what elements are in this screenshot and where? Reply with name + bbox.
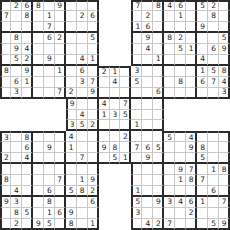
empty-cell[interactable] [77,44,88,55]
empty-cell[interactable] [131,55,142,66]
empty-cell[interactable] [153,175,164,186]
empty-cell[interactable] [142,66,153,77]
void-cell [120,0,131,11]
empty-cell[interactable] [142,197,153,208]
empty-cell[interactable] [44,164,55,175]
given-cell: 5 [197,0,208,11]
empty-cell[interactable] [88,208,99,219]
empty-cell[interactable] [55,11,66,22]
given-cell: 9 [142,153,153,164]
given-cell: 4 [164,0,175,11]
empty-cell[interactable] [0,186,11,197]
empty-cell[interactable] [175,153,186,164]
empty-cell[interactable] [44,44,55,55]
empty-cell[interactable] [66,77,77,88]
void-cell [120,219,131,230]
empty-cell[interactable] [88,44,99,55]
empty-cell[interactable] [66,110,77,121]
void-cell [33,99,44,110]
empty-cell[interactable] [110,99,121,110]
given-cell: 3 [131,208,142,219]
given-cell: 8 [197,142,208,153]
given-cell: 2 [11,0,22,11]
empty-cell[interactable] [219,55,230,66]
empty-cell[interactable] [33,88,44,99]
empty-cell[interactable] [208,33,219,44]
empty-cell[interactable] [22,164,33,175]
empty-cell[interactable] [33,44,44,55]
empty-cell[interactable] [175,66,186,77]
empty-cell[interactable] [164,66,175,77]
empty-cell[interactable] [142,55,153,66]
void-cell [110,175,121,186]
given-cell: 5 [197,153,208,164]
given-cell: 3 [164,197,175,208]
empty-cell[interactable] [197,186,208,197]
empty-cell[interactable] [44,153,55,164]
empty-cell[interactable] [77,142,88,153]
empty-cell[interactable] [142,131,153,142]
empty-cell[interactable] [175,131,186,142]
empty-cell[interactable] [131,44,142,55]
void-cell [120,208,131,219]
empty-cell[interactable] [164,88,175,99]
empty-cell[interactable] [164,55,175,66]
empty-cell[interactable] [88,142,99,153]
empty-cell[interactable] [219,186,230,197]
empty-cell[interactable] [208,197,219,208]
empty-cell[interactable] [219,142,230,153]
empty-cell[interactable] [131,110,142,121]
empty-cell[interactable] [208,22,219,33]
empty-cell[interactable] [153,164,164,175]
empty-cell[interactable] [164,77,175,88]
empty-cell[interactable] [22,197,33,208]
empty-cell[interactable] [142,186,153,197]
empty-cell[interactable] [219,11,230,22]
given-cell: 9 [66,208,77,219]
empty-cell[interactable] [186,0,197,11]
empty-cell[interactable] [175,142,186,153]
given-cell: 8 [164,33,175,44]
empty-cell[interactable] [175,55,186,66]
empty-cell[interactable] [33,22,44,33]
empty-cell[interactable] [77,0,88,11]
empty-cell[interactable] [0,0,11,11]
empty-cell[interactable] [44,66,55,77]
empty-cell[interactable] [0,33,11,44]
empty-cell[interactable] [110,120,121,131]
void-cell [197,120,208,131]
given-cell: 4 [219,77,230,88]
void-cell [44,99,55,110]
empty-cell[interactable] [0,88,11,99]
void-cell [44,120,55,131]
empty-cell[interactable] [186,88,197,99]
empty-cell[interactable] [66,153,77,164]
void-cell [55,110,66,121]
given-cell: 7 [77,153,88,164]
given-cell: 9 [219,219,230,230]
empty-cell[interactable] [219,22,230,33]
empty-cell[interactable] [120,77,131,88]
void-cell [0,110,11,121]
empty-cell[interactable] [22,186,33,197]
empty-cell[interactable] [120,142,131,153]
given-cell: 8 [22,131,33,142]
empty-cell[interactable] [131,99,142,110]
empty-cell[interactable] [22,219,33,230]
empty-cell[interactable] [219,131,230,142]
empty-cell[interactable] [0,219,11,230]
void-cell [0,99,11,110]
empty-cell[interactable] [11,11,22,22]
empty-cell[interactable] [186,33,197,44]
empty-cell[interactable] [110,88,121,99]
empty-cell[interactable] [99,131,110,142]
empty-cell[interactable] [153,11,164,22]
empty-cell[interactable] [142,164,153,175]
empty-cell[interactable] [186,66,197,77]
given-cell: 1 [131,22,142,33]
empty-cell[interactable] [197,208,208,219]
void-cell [99,33,110,44]
empty-cell[interactable] [153,77,164,88]
empty-cell[interactable] [11,22,22,33]
empty-cell[interactable] [175,186,186,197]
given-cell: 2 [88,120,99,131]
empty-cell[interactable] [131,164,142,175]
empty-cell[interactable] [164,153,175,164]
given-cell: 2 [22,55,33,66]
empty-cell[interactable] [77,33,88,44]
empty-cell[interactable] [88,99,99,110]
empty-cell[interactable] [186,186,197,197]
empty-cell[interactable] [208,208,219,219]
void-cell [197,110,208,121]
empty-cell[interactable] [77,197,88,208]
empty-cell[interactable] [66,66,77,77]
empty-cell[interactable] [55,219,66,230]
given-cell: 1 [197,197,208,208]
empty-cell[interactable] [0,77,11,88]
void-cell [197,99,208,110]
empty-cell[interactable] [33,142,44,153]
empty-cell[interactable] [208,175,219,186]
given-cell: 5 [208,66,219,77]
empty-cell[interactable] [208,142,219,153]
given-cell: 1 [208,164,219,175]
empty-cell[interactable] [0,44,11,55]
given-cell: 6 [55,208,66,219]
empty-cell[interactable] [164,44,175,55]
empty-cell[interactable] [33,55,44,66]
given-cell: 7 [208,77,219,88]
empty-cell[interactable] [186,153,197,164]
empty-cell[interactable] [131,175,142,186]
void-cell [219,120,230,131]
empty-cell[interactable] [142,77,153,88]
empty-cell[interactable] [142,120,153,131]
empty-cell[interactable] [153,110,164,121]
empty-cell[interactable] [77,208,88,219]
empty-cell[interactable] [153,33,164,44]
given-cell: 2 [99,66,110,77]
empty-cell[interactable] [219,0,230,11]
empty-cell[interactable] [55,77,66,88]
void-cell [22,110,33,121]
empty-cell[interactable] [175,208,186,219]
void-cell [99,44,110,55]
empty-cell[interactable] [33,186,44,197]
empty-cell[interactable] [77,219,88,230]
empty-cell[interactable] [22,175,33,186]
given-cell: 6 [11,77,22,88]
empty-cell[interactable] [33,77,44,88]
empty-cell[interactable] [44,77,55,88]
given-cell: 5 [77,120,88,131]
empty-cell[interactable] [11,153,22,164]
empty-cell[interactable] [142,99,153,110]
empty-cell[interactable] [120,66,131,77]
empty-cell[interactable] [208,88,219,99]
empty-cell[interactable] [153,208,164,219]
given-cell: 4 [142,44,153,55]
empty-cell[interactable] [66,44,77,55]
empty-cell[interactable] [33,11,44,22]
given-cell: 6 [186,197,197,208]
empty-cell[interactable] [131,11,142,22]
void-cell [11,99,22,110]
empty-cell[interactable] [164,22,175,33]
empty-cell[interactable] [33,33,44,44]
empty-cell[interactable] [131,131,142,142]
empty-cell[interactable] [77,131,88,142]
empty-cell[interactable] [142,208,153,219]
empty-cell[interactable] [131,88,142,99]
given-cell: 3 [110,110,121,121]
empty-cell[interactable] [164,11,175,22]
void-cell [110,164,121,175]
empty-cell[interactable] [55,153,66,164]
empty-cell[interactable] [66,22,77,33]
given-cell: 1 [175,175,186,186]
empty-cell[interactable] [66,0,77,11]
empty-cell[interactable] [208,55,219,66]
empty-cell[interactable] [55,142,66,153]
given-cell: 8 [11,33,22,44]
void-cell [110,11,121,22]
empty-cell[interactable] [66,164,77,175]
empty-cell[interactable] [0,22,11,33]
empty-cell[interactable] [44,175,55,186]
empty-cell[interactable] [153,44,164,55]
given-cell: 6 [88,11,99,22]
empty-cell[interactable] [164,208,175,219]
empty-cell[interactable] [55,186,66,197]
empty-cell[interactable] [197,219,208,230]
given-cell: 1 [131,186,142,197]
empty-cell[interactable] [153,153,164,164]
empty-cell[interactable] [197,44,208,55]
given-cell: 4 [22,153,33,164]
empty-cell[interactable] [11,142,22,153]
empty-cell[interactable] [186,22,197,33]
empty-cell[interactable] [0,208,11,219]
void-cell [120,11,131,22]
empty-cell[interactable] [131,33,142,44]
empty-cell[interactable] [197,11,208,22]
empty-cell[interactable] [55,197,66,208]
void-cell [99,0,110,11]
given-cell: 1 [186,44,197,55]
empty-cell[interactable] [197,88,208,99]
empty-cell[interactable] [175,22,186,33]
empty-cell[interactable] [99,88,110,99]
empty-cell[interactable] [153,22,164,33]
empty-cell[interactable] [175,88,186,99]
void-cell [11,110,22,121]
void-cell [110,22,121,33]
empty-cell[interactable] [208,153,219,164]
empty-cell[interactable] [77,88,88,99]
given-cell: 8 [44,197,55,208]
empty-cell[interactable] [186,11,197,22]
empty-cell[interactable] [186,55,197,66]
empty-cell[interactable] [99,153,110,164]
given-cell: 7 [55,88,66,99]
empty-cell[interactable] [110,131,121,142]
empty-cell[interactable] [77,99,88,110]
void-cell [55,120,66,131]
empty-cell[interactable] [142,110,153,121]
empty-cell[interactable] [55,44,66,55]
empty-cell[interactable] [55,22,66,33]
empty-cell[interactable] [11,175,22,186]
empty-cell[interactable] [66,33,77,44]
empty-cell[interactable] [153,120,164,131]
void-cell [99,197,110,208]
empty-cell[interactable] [88,0,99,11]
empty-cell[interactable] [219,208,230,219]
empty-cell[interactable] [142,88,153,99]
empty-cell[interactable] [153,186,164,197]
void-cell [110,186,121,197]
given-cell: 9 [175,164,186,175]
empty-cell[interactable] [164,186,175,197]
empty-cell[interactable] [77,164,88,175]
empty-cell[interactable] [88,131,99,142]
empty-cell[interactable] [99,77,110,88]
empty-cell[interactable] [164,175,175,186]
void-cell [99,175,110,186]
empty-cell[interactable] [55,55,66,66]
empty-cell[interactable] [44,0,55,11]
empty-cell[interactable] [22,33,33,44]
given-cell: 5 [131,77,142,88]
empty-cell[interactable] [0,164,11,175]
given-cell: 4 [11,186,22,197]
empty-cell[interactable] [197,131,208,142]
empty-cell[interactable] [22,22,33,33]
empty-cell[interactable] [88,110,99,121]
given-cell: 3 [11,88,22,99]
empty-cell[interactable] [186,77,197,88]
given-cell: 6 [44,33,55,44]
empty-cell[interactable] [142,0,153,11]
empty-cell[interactable] [33,66,44,77]
empty-cell[interactable] [88,164,99,175]
empty-cell[interactable] [33,175,44,186]
empty-cell[interactable] [120,88,131,99]
given-cell: 5 [22,208,33,219]
empty-cell[interactable] [153,99,164,110]
empty-cell[interactable] [153,131,164,142]
empty-cell[interactable] [219,153,230,164]
empty-cell[interactable] [99,120,110,131]
empty-cell[interactable] [197,33,208,44]
empty-cell[interactable] [88,153,99,164]
empty-cell[interactable] [33,164,44,175]
empty-cell[interactable] [11,66,22,77]
empty-cell[interactable] [164,164,175,175]
empty-cell[interactable] [131,153,142,164]
empty-cell[interactable] [33,153,44,164]
empty-cell[interactable] [0,142,11,153]
empty-cell[interactable] [120,120,131,131]
empty-cell[interactable] [66,175,77,186]
empty-cell[interactable] [219,175,230,186]
empty-cell[interactable] [88,22,99,33]
empty-cell[interactable] [66,55,77,66]
empty-cell[interactable] [33,197,44,208]
empty-cell[interactable] [11,131,22,142]
empty-cell[interactable] [0,55,11,66]
void-cell [110,44,121,55]
empty-cell[interactable] [44,88,55,99]
empty-cell[interactable] [131,219,142,230]
given-cell: 7 [219,197,230,208]
empty-cell[interactable] [164,142,175,153]
given-cell: 5 [88,33,99,44]
empty-cell[interactable] [33,208,44,219]
empty-cell[interactable] [77,22,88,33]
empty-cell[interactable] [66,11,77,22]
empty-cell[interactable] [142,175,153,186]
empty-cell[interactable] [153,66,164,77]
given-cell: 4 [99,99,110,110]
given-cell: 3 [66,120,77,131]
void-cell [120,175,131,186]
empty-cell[interactable] [55,164,66,175]
empty-cell[interactable] [208,131,219,142]
empty-cell[interactable] [11,164,22,175]
given-cell: 6 [88,197,99,208]
given-cell: 8 [33,0,44,11]
empty-cell[interactable] [186,219,197,230]
given-cell: 9 [44,142,55,153]
empty-cell[interactable] [55,131,66,142]
empty-cell[interactable] [88,66,99,77]
empty-cell[interactable] [22,88,33,99]
empty-cell[interactable] [175,219,186,230]
given-cell: 9 [44,55,55,66]
empty-cell[interactable] [66,197,77,208]
given-cell: 1 [110,66,121,77]
empty-cell[interactable] [197,164,208,175]
empty-cell[interactable] [44,131,55,142]
empty-cell[interactable] [33,131,44,142]
